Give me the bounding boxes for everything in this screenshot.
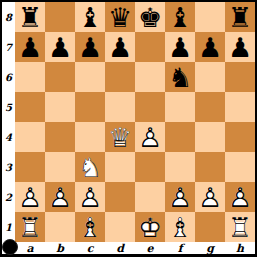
piece-outline: ♗ [165,212,195,242]
piece-outline: ♙ [195,182,225,212]
square-h4[interactable] [225,122,255,152]
square-g4[interactable] [195,122,225,152]
square-d7[interactable]: ♟ [105,32,135,62]
square-d6[interactable] [105,62,135,92]
square-f7[interactable]: ♟ [165,32,195,62]
square-c4[interactable] [75,122,105,152]
square-b7[interactable]: ♟ [45,32,75,62]
square-c7[interactable]: ♟ [75,32,105,62]
square-f5[interactable] [165,92,195,122]
square-h5[interactable] [225,92,255,122]
piece-white-queen: ♛♕ [105,122,135,152]
square-h7[interactable]: ♟ [225,32,255,62]
square-e2[interactable] [135,182,165,212]
square-d1[interactable] [105,212,135,242]
square-c3[interactable]: ♞♘ [75,152,105,182]
piece-black-rook: ♜ [225,2,255,32]
piece-black-king: ♚ [135,2,165,32]
square-h3[interactable] [225,152,255,182]
rank-label-1: 1 [2,212,15,242]
rank-label-2: 2 [2,182,15,212]
piece-glyph: ♟ [165,32,195,62]
piece-white-king: ♚♔ [135,212,165,242]
square-h6[interactable] [225,62,255,92]
square-a6[interactable] [15,62,45,92]
chess-board: ♜♝♛♚♝♜♟♟♟♟♟♟♟♞♛♕♟♙♞♘♟♙♟♙♟♙♟♙♟♙♟♙♜♖♝♗♚♔♝♗… [15,2,255,242]
square-b3[interactable] [45,152,75,182]
piece-black-pawn: ♟ [75,32,105,62]
piece-glyph: ♛ [105,2,135,32]
square-d5[interactable] [105,92,135,122]
square-g1[interactable] [195,212,225,242]
piece-glyph: ♟ [195,32,225,62]
rank-label-4: 4 [2,122,15,152]
piece-outline: ♕ [105,122,135,152]
piece-black-knight: ♞ [165,62,195,92]
piece-glyph: ♞ [165,62,195,92]
piece-outline: ♙ [135,122,165,152]
piece-black-pawn: ♟ [15,32,45,62]
square-a7[interactable]: ♟ [15,32,45,62]
piece-white-pawn: ♟♙ [135,122,165,152]
square-f6[interactable]: ♞ [165,62,195,92]
piece-glyph: ♟ [75,32,105,62]
square-e6[interactable] [135,62,165,92]
square-b1[interactable] [45,212,75,242]
square-e4[interactable]: ♟♙ [135,122,165,152]
square-a4[interactable] [15,122,45,152]
piece-black-pawn: ♟ [195,32,225,62]
piece-glyph: ♟ [45,32,75,62]
square-f4[interactable] [165,122,195,152]
square-d4[interactable]: ♛♕ [105,122,135,152]
piece-outline: ♖ [15,212,45,242]
rank-label-5: 5 [2,92,15,122]
square-e5[interactable] [135,92,165,122]
piece-glyph: ♟ [15,32,45,62]
square-g6[interactable] [195,62,225,92]
piece-outline: ♘ [75,152,105,182]
piece-black-bishop: ♝ [165,2,195,32]
file-label-d: d [105,242,135,254]
piece-glyph: ♜ [225,2,255,32]
file-label-e: e [135,242,165,254]
square-f1[interactable]: ♝♗ [165,212,195,242]
piece-white-pawn: ♟♙ [75,182,105,212]
square-h8[interactable]: ♜ [225,2,255,32]
file-labels: abcdefgh [15,242,255,254]
file-label-c: c [75,242,105,254]
rank-label-6: 6 [2,62,15,92]
square-h1[interactable]: ♜♖ [225,212,255,242]
square-g3[interactable] [195,152,225,182]
square-a8[interactable]: ♜ [15,2,45,32]
rank-label-3: 3 [2,152,15,182]
piece-black-pawn: ♟ [45,32,75,62]
piece-white-pawn: ♟♙ [225,182,255,212]
piece-outline: ♗ [75,212,105,242]
square-c6[interactable] [75,62,105,92]
square-e8[interactable]: ♚ [135,2,165,32]
square-a1[interactable]: ♜♖ [15,212,45,242]
piece-white-rook: ♜♖ [15,212,45,242]
piece-white-pawn: ♟♙ [15,182,45,212]
piece-outline: ♙ [75,182,105,212]
square-b5[interactable] [45,92,75,122]
square-g2[interactable]: ♟♙ [195,182,225,212]
piece-glyph: ♟ [225,32,255,62]
square-b4[interactable] [45,122,75,152]
square-d3[interactable] [105,152,135,182]
square-c2[interactable]: ♟♙ [75,182,105,212]
piece-white-rook: ♜♖ [225,212,255,242]
piece-white-bishop: ♝♗ [75,212,105,242]
file-label-b: b [45,242,75,254]
square-c1[interactable]: ♝♗ [75,212,105,242]
file-label-h: h [225,242,255,254]
square-c5[interactable] [75,92,105,122]
square-h2[interactable]: ♟♙ [225,182,255,212]
piece-outline: ♙ [15,182,45,212]
square-f3[interactable] [165,152,195,182]
square-c8[interactable]: ♝ [75,2,105,32]
rank-label-7: 7 [2,32,15,62]
square-e1[interactable]: ♚♔ [135,212,165,242]
piece-outline: ♔ [135,212,165,242]
piece-black-pawn: ♟ [165,32,195,62]
square-a5[interactable] [15,92,45,122]
piece-glyph: ♟ [105,32,135,62]
square-f2[interactable]: ♟♙ [165,182,195,212]
square-g5[interactable] [195,92,225,122]
file-label-f: f [165,242,195,254]
square-e7[interactable] [135,32,165,62]
square-d2[interactable] [105,182,135,212]
square-f8[interactable]: ♝ [165,2,195,32]
piece-outline: ♙ [45,182,75,212]
square-g8[interactable] [195,2,225,32]
square-e3[interactable] [135,152,165,182]
square-b2[interactable]: ♟♙ [45,182,75,212]
piece-black-pawn: ♟ [105,32,135,62]
piece-white-bishop: ♝♗ [165,212,195,242]
piece-black-pawn: ♟ [225,32,255,62]
square-a2[interactable]: ♟♙ [15,182,45,212]
rank-labels: 87654321 [2,2,15,242]
square-a3[interactable] [15,152,45,182]
file-label-g: g [195,242,225,254]
chess-diagram: 87654321 ♜♝♛♚♝♜♟♟♟♟♟♟♟♞♛♕♟♙♞♘♟♙♟♙♟♙♟♙♟♙♟… [0,0,257,257]
piece-outline: ♙ [165,182,195,212]
square-d8[interactable]: ♛ [105,2,135,32]
piece-black-rook: ♜ [15,2,45,32]
square-b6[interactable] [45,62,75,92]
piece-black-bishop: ♝ [75,2,105,32]
piece-white-knight: ♞♘ [75,152,105,182]
file-label-a: a [15,242,45,254]
piece-glyph: ♜ [15,2,45,32]
rank-label-8: 8 [2,2,15,32]
piece-outline: ♖ [225,212,255,242]
square-g7[interactable]: ♟ [195,32,225,62]
piece-black-queen: ♛ [105,2,135,32]
piece-white-pawn: ♟♙ [195,182,225,212]
piece-white-pawn: ♟♙ [45,182,75,212]
turn-indicator-black-to-move [2,239,18,255]
piece-glyph: ♝ [75,2,105,32]
piece-glyph: ♝ [165,2,195,32]
square-b8[interactable] [45,2,75,32]
piece-glyph: ♚ [135,2,165,32]
piece-outline: ♙ [225,182,255,212]
piece-white-pawn: ♟♙ [165,182,195,212]
